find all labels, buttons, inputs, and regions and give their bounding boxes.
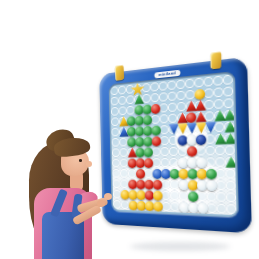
empty-hole-ring bbox=[159, 92, 167, 101]
empty-hole-ring bbox=[113, 180, 120, 188]
peg-hole[interactable] bbox=[179, 179, 188, 190]
child-overalls-strap bbox=[50, 189, 68, 218]
green-peg[interactable] bbox=[188, 191, 199, 202]
peg-hole[interactable] bbox=[195, 99, 205, 111]
peg-hole[interactable] bbox=[196, 145, 206, 157]
white-clear-peg[interactable] bbox=[197, 203, 208, 214]
peg-hole[interactable] bbox=[120, 158, 128, 169]
empty-hole-ring bbox=[142, 83, 150, 92]
peg-hole[interactable] bbox=[118, 95, 126, 106]
empty-hole-ring bbox=[225, 146, 235, 155]
empty-hole-ring bbox=[111, 117, 118, 125]
peg-hole[interactable] bbox=[142, 103, 151, 114]
peg-hole[interactable] bbox=[135, 115, 143, 126]
peg-hole[interactable] bbox=[144, 168, 153, 179]
peg-hole[interactable] bbox=[126, 105, 134, 116]
empty-hole-ring bbox=[216, 192, 225, 201]
empty-hole-ring bbox=[111, 107, 118, 115]
peg-hole[interactable] bbox=[178, 157, 187, 168]
peg-hole[interactable] bbox=[223, 85, 233, 98]
empty-hole-ring bbox=[152, 158, 160, 166]
empty-hole-ring bbox=[170, 191, 179, 200]
empty-hole-ring bbox=[224, 98, 234, 108]
peg-hole[interactable] bbox=[151, 114, 160, 125]
peg-hole[interactable] bbox=[161, 157, 170, 168]
peg-hole[interactable] bbox=[188, 179, 197, 190]
child-sleeve bbox=[74, 189, 100, 211]
white-clear-peg[interactable] bbox=[206, 180, 217, 191]
peg-hole[interactable] bbox=[126, 94, 134, 105]
peg-hole[interactable] bbox=[167, 79, 176, 91]
peg-hole[interactable] bbox=[144, 157, 153, 168]
empty-hole-ring bbox=[112, 159, 119, 167]
empty-hole-ring bbox=[162, 202, 170, 211]
green-peg[interactable] bbox=[206, 168, 217, 179]
peg-hole[interactable] bbox=[161, 168, 170, 179]
empty-hole-ring bbox=[207, 192, 216, 201]
peg-hole[interactable] bbox=[128, 168, 136, 179]
peg-hole[interactable] bbox=[176, 90, 185, 102]
empty-hole-ring bbox=[118, 86, 126, 95]
peg-hole[interactable] bbox=[207, 191, 217, 203]
pink-hair-tie bbox=[62, 144, 70, 152]
peg-hole[interactable] bbox=[127, 147, 135, 158]
peg-hole[interactable] bbox=[170, 190, 179, 201]
peg-hole[interactable] bbox=[136, 179, 144, 190]
empty-hole-ring bbox=[226, 181, 236, 190]
empty-hole-ring bbox=[215, 122, 224, 131]
peg-hole[interactable] bbox=[161, 190, 170, 201]
peg-hole[interactable] bbox=[224, 121, 234, 133]
empty-hole-ring bbox=[142, 94, 150, 103]
empty-hole-ring bbox=[162, 191, 170, 200]
empty-hole-ring bbox=[151, 115, 159, 124]
empty-hole-ring bbox=[120, 138, 128, 146]
yellow-peg[interactable] bbox=[153, 201, 163, 211]
peg-hole[interactable] bbox=[186, 111, 195, 123]
peg-hole[interactable] bbox=[188, 190, 197, 202]
peg-hole[interactable] bbox=[196, 134, 206, 146]
peg-hole[interactable] bbox=[152, 157, 161, 168]
empty-hole-ring bbox=[120, 159, 128, 167]
empty-hole-ring bbox=[206, 158, 215, 167]
empty-hole-ring bbox=[127, 106, 135, 115]
child-overalls-strap bbox=[71, 194, 82, 219]
peg-hole[interactable] bbox=[223, 97, 233, 109]
peg-hole[interactable] bbox=[225, 156, 235, 168]
empty-hole-ring bbox=[119, 96, 127, 105]
peg-hole[interactable] bbox=[178, 168, 187, 179]
peg-hole[interactable] bbox=[177, 123, 186, 135]
child-nose bbox=[86, 161, 92, 167]
empty-hole-ring bbox=[151, 82, 159, 91]
empty-hole-ring bbox=[161, 158, 169, 167]
peg-hole[interactable] bbox=[145, 200, 154, 211]
empty-hole-ring bbox=[170, 180, 179, 189]
peg-hole[interactable] bbox=[136, 189, 144, 200]
peg-hole[interactable] bbox=[179, 190, 188, 201]
peg-hole[interactable] bbox=[152, 146, 161, 157]
empty-hole-ring bbox=[226, 169, 236, 178]
peg-hole[interactable] bbox=[153, 179, 162, 190]
empty-hole-ring bbox=[144, 169, 152, 177]
white-clear-peg[interactable] bbox=[196, 157, 207, 167]
peg-hole[interactable] bbox=[185, 77, 194, 89]
empty-hole-ring bbox=[113, 200, 120, 208]
peg-hole[interactable] bbox=[185, 89, 194, 101]
board-clip-left[interactable] bbox=[115, 65, 124, 81]
peg-hole[interactable] bbox=[186, 100, 195, 112]
yellow-peg[interactable] bbox=[194, 88, 205, 99]
empty-hole-ring bbox=[113, 190, 120, 198]
peg-hole[interactable] bbox=[135, 147, 143, 158]
peg-hole[interactable] bbox=[205, 145, 215, 157]
peg-hole[interactable] bbox=[160, 124, 169, 135]
peg-hole[interactable] bbox=[226, 191, 236, 203]
peg-hole[interactable] bbox=[194, 88, 204, 100]
peg-hole[interactable] bbox=[151, 124, 160, 135]
peg-hole[interactable] bbox=[144, 179, 153, 190]
peg-hole[interactable] bbox=[178, 134, 187, 145]
pegboard: miniland bbox=[99, 57, 252, 234]
peg-hole[interactable] bbox=[169, 135, 178, 146]
peg-hole[interactable] bbox=[224, 132, 234, 144]
empty-hole-ring bbox=[171, 202, 180, 211]
empty-hole-ring bbox=[186, 90, 195, 99]
yellow-peg[interactable] bbox=[153, 190, 163, 200]
peg-hole[interactable] bbox=[143, 136, 152, 147]
empty-hole-ring bbox=[177, 102, 186, 111]
empty-hole-ring bbox=[216, 157, 225, 166]
peg-hole[interactable] bbox=[119, 105, 127, 116]
empty-hole-ring bbox=[168, 103, 177, 112]
empty-hole-ring bbox=[160, 125, 168, 134]
empty-hole-ring bbox=[161, 180, 169, 189]
empty-hole-ring bbox=[226, 193, 236, 202]
peg-hole[interactable] bbox=[207, 202, 217, 214]
peg-hole[interactable] bbox=[127, 136, 135, 147]
peg-hole[interactable] bbox=[214, 98, 224, 110]
peg-surface bbox=[110, 73, 236, 215]
empty-hole-ring bbox=[160, 114, 168, 123]
empty-hole-ring bbox=[185, 79, 194, 89]
empty-hole-ring bbox=[111, 97, 118, 106]
board-shadow bbox=[130, 242, 230, 251]
peg-hole[interactable] bbox=[213, 86, 223, 98]
peg-hole[interactable] bbox=[129, 200, 137, 211]
green-peg[interactable] bbox=[143, 115, 152, 125]
empty-hole-ring bbox=[197, 192, 206, 201]
empty-hole-ring bbox=[126, 95, 134, 104]
red-peg[interactable] bbox=[144, 158, 153, 168]
peg-hole[interactable] bbox=[226, 180, 236, 192]
empty-hole-ring bbox=[160, 103, 168, 112]
empty-hole-ring bbox=[215, 146, 224, 155]
peg-hole[interactable] bbox=[197, 179, 207, 191]
empty-hole-ring bbox=[206, 146, 215, 155]
peg-hole[interactable] bbox=[160, 146, 169, 157]
peg-hole[interactable] bbox=[152, 135, 161, 146]
empty-hole-ring bbox=[204, 100, 213, 110]
peg-hole[interactable] bbox=[196, 156, 206, 167]
peg-hole[interactable] bbox=[170, 201, 179, 212]
empty-hole-ring bbox=[179, 192, 188, 201]
peg-hole[interactable] bbox=[168, 101, 177, 113]
peg-hole[interactable] bbox=[119, 116, 127, 127]
peg-hole[interactable] bbox=[204, 75, 214, 87]
empty-hole-ring bbox=[152, 147, 160, 156]
empty-hole-ring bbox=[120, 169, 128, 177]
peg-hole[interactable] bbox=[214, 109, 224, 121]
peg-hole[interactable] bbox=[178, 145, 187, 156]
peg-hole[interactable] bbox=[204, 110, 214, 122]
empty-hole-ring bbox=[121, 180, 129, 188]
red-peg[interactable] bbox=[187, 146, 197, 156]
peg-hole[interactable] bbox=[205, 133, 215, 145]
empty-hole-ring bbox=[112, 138, 119, 146]
peg-hole[interactable] bbox=[176, 78, 185, 90]
peg-hole[interactable] bbox=[170, 179, 179, 190]
child-hair-fringe bbox=[53, 136, 91, 159]
peg-hole[interactable] bbox=[205, 122, 215, 134]
peg-hole[interactable] bbox=[170, 168, 179, 179]
peg-hole[interactable] bbox=[160, 135, 169, 146]
peg-hole[interactable] bbox=[169, 157, 178, 168]
peg-hole[interactable] bbox=[159, 91, 168, 103]
empty-hole-ring bbox=[194, 78, 203, 88]
dark-blue-eye-peg[interactable] bbox=[196, 134, 207, 145]
peg-hole[interactable] bbox=[159, 80, 168, 92]
peg-hole[interactable] bbox=[195, 111, 205, 123]
peg-hole[interactable] bbox=[119, 137, 127, 148]
red-peg[interactable] bbox=[136, 169, 145, 179]
peg-hole[interactable] bbox=[159, 102, 168, 114]
child-eye bbox=[79, 159, 82, 162]
easel-leg bbox=[72, 224, 83, 257]
empty-hole-ring bbox=[113, 169, 120, 177]
peg-hole[interactable] bbox=[215, 144, 225, 156]
green-peg[interactable] bbox=[144, 147, 153, 157]
peg-hole[interactable] bbox=[143, 114, 152, 125]
empty-hole-ring bbox=[161, 147, 169, 156]
empty-hole-ring bbox=[112, 128, 119, 136]
peg-hole[interactable] bbox=[197, 168, 207, 179]
peg-hole[interactable] bbox=[119, 126, 127, 137]
empty-hole-ring bbox=[216, 169, 225, 178]
empty-hole-ring bbox=[121, 201, 129, 209]
board-clip-right[interactable] bbox=[210, 51, 221, 69]
peg-hole[interactable] bbox=[187, 145, 196, 156]
peg-hole[interactable] bbox=[136, 168, 144, 179]
empty-hole-ring bbox=[214, 99, 223, 109]
peg-hole[interactable] bbox=[135, 136, 143, 147]
empty-hole-ring bbox=[205, 111, 214, 120]
peg-hole[interactable] bbox=[160, 113, 169, 124]
peg-hole[interactable] bbox=[120, 147, 128, 158]
peg-hole[interactable] bbox=[136, 157, 144, 168]
peg-hole[interactable] bbox=[144, 146, 153, 157]
peg-grid bbox=[110, 73, 236, 215]
peg-hole[interactable] bbox=[214, 121, 224, 133]
peg-hole[interactable] bbox=[151, 92, 160, 104]
peg-hole[interactable] bbox=[177, 101, 186, 113]
empty-hole-ring bbox=[169, 147, 178, 156]
peg-hole[interactable] bbox=[153, 200, 162, 211]
peg-hole[interactable] bbox=[187, 157, 196, 168]
empty-hole-ring bbox=[176, 80, 185, 89]
empty-hole-ring bbox=[119, 107, 127, 116]
peg-hole[interactable] bbox=[179, 201, 188, 213]
peg-hole[interactable] bbox=[186, 134, 195, 146]
red-peg[interactable] bbox=[152, 136, 162, 146]
peg-hole[interactable] bbox=[206, 156, 216, 168]
peg-hole[interactable] bbox=[152, 168, 161, 179]
peg-hole[interactable] bbox=[225, 168, 235, 180]
peg-hole[interactable] bbox=[128, 158, 136, 169]
empty-hole-ring bbox=[160, 136, 168, 145]
empty-hole-ring bbox=[151, 93, 159, 102]
peg-hole[interactable] bbox=[168, 90, 177, 102]
peg-hole[interactable] bbox=[215, 133, 225, 145]
peg-hole[interactable] bbox=[195, 122, 205, 134]
peg-hole[interactable] bbox=[121, 189, 129, 200]
empty-hole-ring bbox=[169, 136, 178, 145]
peg-hole[interactable] bbox=[127, 115, 135, 126]
peg-hole[interactable] bbox=[206, 179, 216, 191]
peg-hole[interactable] bbox=[197, 191, 207, 203]
empty-hole-ring bbox=[216, 181, 225, 190]
peg-hole[interactable] bbox=[120, 168, 128, 178]
peg-hole[interactable] bbox=[188, 202, 198, 214]
peg-hole[interactable] bbox=[150, 81, 159, 93]
green-peg[interactable] bbox=[151, 125, 161, 135]
empty-hole-ring bbox=[177, 91, 186, 100]
product-photo: miniland bbox=[0, 0, 259, 259]
child-pink-shirt bbox=[34, 188, 92, 259]
child-arm bbox=[72, 204, 102, 225]
peg-hole[interactable] bbox=[120, 179, 128, 190]
peg-hole[interactable] bbox=[216, 191, 226, 203]
empty-hole-ring bbox=[204, 77, 213, 87]
child-face bbox=[61, 148, 89, 176]
peg-hole[interactable] bbox=[135, 125, 143, 136]
peg-hole[interactable] bbox=[134, 93, 142, 104]
empty-hole-ring bbox=[217, 204, 226, 213]
empty-hole-ring bbox=[207, 204, 216, 213]
empty-hole-ring bbox=[214, 87, 223, 97]
empty-hole-ring bbox=[111, 86, 118, 95]
empty-hole-ring bbox=[213, 76, 222, 86]
empty-hole-ring bbox=[168, 81, 177, 90]
peg-hole[interactable] bbox=[187, 168, 196, 179]
peg-hole[interactable] bbox=[168, 124, 177, 135]
peg-hole[interactable] bbox=[142, 93, 151, 104]
peg-hole[interactable] bbox=[169, 146, 178, 157]
peg-hole[interactable] bbox=[143, 125, 152, 136]
peg-hole[interactable] bbox=[186, 123, 195, 135]
peg-hole[interactable] bbox=[213, 74, 223, 87]
peg-hole[interactable] bbox=[204, 87, 214, 99]
peg-hole[interactable] bbox=[145, 189, 154, 200]
peg-hole[interactable] bbox=[216, 168, 226, 180]
peg-hole[interactable] bbox=[216, 179, 226, 191]
empty-hole-ring bbox=[196, 146, 205, 155]
red-peg[interactable] bbox=[153, 179, 163, 189]
peg-hole[interactable] bbox=[215, 156, 225, 168]
empty-hole-ring bbox=[223, 75, 233, 85]
peg-hole[interactable] bbox=[121, 199, 129, 210]
child-neck bbox=[70, 172, 83, 190]
peg-hole[interactable] bbox=[168, 112, 177, 124]
red-peg[interactable] bbox=[186, 112, 196, 123]
peg-hole[interactable] bbox=[216, 203, 226, 215]
empty-hole-ring bbox=[204, 88, 213, 98]
empty-hole-ring bbox=[178, 147, 187, 156]
peg-hole[interactable] bbox=[225, 144, 235, 156]
empty-hole-ring bbox=[120, 148, 128, 156]
peg-hole[interactable] bbox=[153, 190, 162, 201]
peg-hole[interactable] bbox=[128, 179, 136, 190]
peg-hole[interactable] bbox=[161, 179, 170, 190]
peg-hole[interactable] bbox=[177, 112, 186, 124]
peg-hole[interactable] bbox=[204, 99, 214, 111]
peg-hole[interactable] bbox=[224, 109, 234, 121]
empty-hole-ring bbox=[223, 87, 233, 97]
peg-hole[interactable] bbox=[137, 200, 145, 211]
empty-hole-ring bbox=[112, 149, 119, 157]
empty-hole-ring bbox=[205, 134, 214, 143]
peg-hole[interactable] bbox=[197, 202, 207, 214]
red-peg[interactable] bbox=[151, 103, 161, 114]
empty-hole-ring bbox=[168, 114, 177, 123]
peg-hole[interactable] bbox=[128, 189, 136, 200]
peg-hole[interactable] bbox=[206, 168, 216, 180]
peg-hole[interactable] bbox=[151, 103, 160, 114]
empty-hole-ring bbox=[159, 81, 167, 90]
child-ponytail bbox=[43, 126, 76, 154]
peg-hole[interactable] bbox=[127, 126, 135, 137]
peg-hole[interactable] bbox=[162, 201, 171, 212]
empty-hole-ring bbox=[128, 169, 136, 177]
empty-hole-ring bbox=[168, 92, 177, 101]
peg-hole[interactable] bbox=[194, 76, 204, 88]
peg-hole[interactable] bbox=[134, 104, 142, 115]
empty-hole-ring bbox=[170, 158, 179, 167]
